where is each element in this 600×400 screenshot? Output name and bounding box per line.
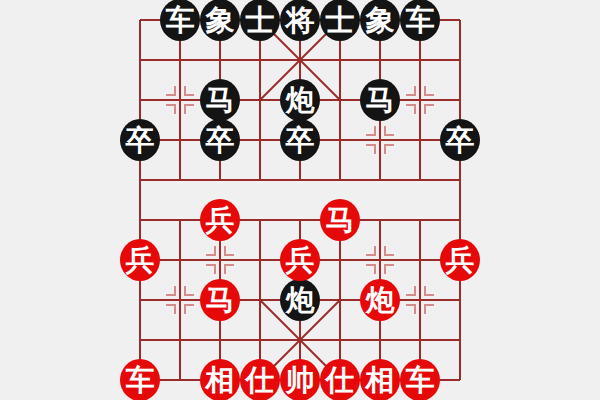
point-f9: 仕 <box>320 360 360 400</box>
point-c5: 兵 <box>200 200 240 240</box>
piece-red-advisor-f9[interactable]: 仕 <box>320 359 360 400</box>
point-f0: 士 <box>320 0 360 40</box>
piece-black-rook-h0[interactable]: 车 <box>400 0 440 41</box>
point-c0: 象 <box>200 0 240 40</box>
piece-red-rook-h9[interactable]: 车 <box>400 359 440 400</box>
piece-red-king-e9[interactable]: 帅 <box>280 359 320 400</box>
point-c2: 马 <box>200 80 240 120</box>
point-h9: 车 <box>400 360 440 400</box>
point-d0: 士 <box>240 0 280 40</box>
point-e7: 炮 <box>280 280 320 320</box>
point-c3: 卒 <box>200 120 240 160</box>
point-h0: 车 <box>400 0 440 40</box>
piece-red-advisor-d9[interactable]: 仕 <box>240 359 280 400</box>
xiangqi-board: 车象士将士象车马炮马卒卒卒卒炮兵马兵兵兵马炮车相仕帅仕相车 <box>120 0 480 400</box>
piece-red-elephant-c9[interactable]: 相 <box>200 359 240 400</box>
point-a3: 卒 <box>120 120 160 160</box>
point-a9: 车 <box>120 360 160 400</box>
piece-black-elephant-c0[interactable]: 象 <box>200 0 240 41</box>
piece-black-elephant-g0[interactable]: 象 <box>360 0 400 41</box>
piece-black-horse-c2[interactable]: 马 <box>200 79 240 121</box>
piece-black-general-e0[interactable]: 将 <box>280 0 320 41</box>
piece-red-horse-f5[interactable]: 马 <box>320 199 360 241</box>
point-e2: 炮 <box>280 80 320 120</box>
point-e9: 帅 <box>280 360 320 400</box>
point-c7: 马 <box>200 280 240 320</box>
piece-red-cannon-g7[interactable]: 炮 <box>360 279 400 321</box>
piece-black-pawn-c3[interactable]: 卒 <box>200 119 240 161</box>
point-e6: 兵 <box>280 240 320 280</box>
piece-red-pawn-a6[interactable]: 兵 <box>120 239 160 281</box>
piece-black-advisor-f0[interactable]: 士 <box>320 0 360 41</box>
piece-black-advisor-d0[interactable]: 士 <box>240 0 280 41</box>
piece-black-cannon-e2[interactable]: 炮 <box>280 79 320 121</box>
point-i3: 卒 <box>440 120 480 160</box>
piece-red-pawn-e6[interactable]: 兵 <box>280 239 320 281</box>
point-e3: 卒 <box>280 120 320 160</box>
point-d9: 仕 <box>240 360 280 400</box>
piece-red-pawn-c5[interactable]: 兵 <box>200 199 240 241</box>
piece-black-horse-g2[interactable]: 马 <box>360 79 400 121</box>
point-e0: 将 <box>280 0 320 40</box>
point-g7: 炮 <box>360 280 400 320</box>
piece-red-horse-c7[interactable]: 马 <box>200 279 240 321</box>
point-i6: 兵 <box>440 240 480 280</box>
point-f5: 马 <box>320 200 360 240</box>
piece-red-rook-a9[interactable]: 车 <box>120 359 160 400</box>
piece-black-pawn-i3[interactable]: 卒 <box>440 119 480 161</box>
point-g9: 相 <box>360 360 400 400</box>
point-b0: 车 <box>160 0 200 40</box>
piece-black-pawn-e3[interactable]: 卒 <box>280 119 320 161</box>
xiangqi-app: 车象士将士象车马炮马卒卒卒卒炮兵马兵兵兵马炮车相仕帅仕相车 <box>0 0 600 400</box>
point-g2: 马 <box>360 80 400 120</box>
piece-black-pawn-a3[interactable]: 卒 <box>120 119 160 161</box>
piece-black-cannon-e7[interactable]: 炮 <box>280 279 320 321</box>
piece-red-elephant-g9[interactable]: 相 <box>360 359 400 400</box>
point-g0: 象 <box>360 0 400 40</box>
point-a6: 兵 <box>120 240 160 280</box>
point-c9: 相 <box>200 360 240 400</box>
piece-black-rook-b0[interactable]: 车 <box>160 0 200 41</box>
piece-red-pawn-i6[interactable]: 兵 <box>440 239 480 281</box>
